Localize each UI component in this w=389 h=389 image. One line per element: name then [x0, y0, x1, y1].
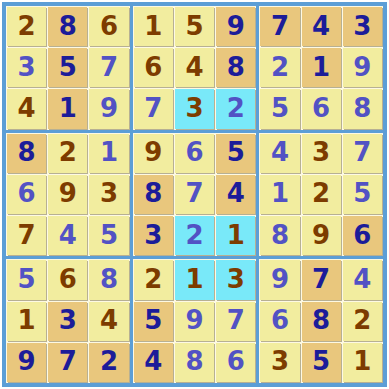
cell-r5c5[interactable]: 7: [175, 175, 214, 214]
cell-r1c9[interactable]: 3: [343, 7, 382, 46]
cell-r5c8[interactable]: 2: [302, 175, 341, 214]
cell-r9c4[interactable]: 4: [134, 343, 173, 382]
cell-r2c2[interactable]: 5: [48, 48, 87, 87]
cell-r8c3[interactable]: 4: [89, 302, 128, 341]
cell-r2c9[interactable]: 9: [343, 48, 382, 87]
cell-digit: 5: [227, 139, 245, 165]
cell-digit: 9: [271, 266, 289, 292]
cell-digit: 5: [59, 54, 77, 80]
cell-r5c3[interactable]: 3: [89, 175, 128, 214]
cell-digit: 2: [312, 180, 330, 206]
cell-r6c7[interactable]: 8: [260, 216, 299, 255]
cell-digit: 7: [312, 266, 330, 292]
cell-digit: 2: [59, 139, 77, 165]
cell-digit: 3: [144, 222, 162, 248]
cell-r7c1[interactable]: 5: [7, 260, 46, 299]
cell-digit: 8: [144, 180, 162, 206]
cell-r1c1[interactable]: 2: [7, 7, 46, 46]
box-8: 213597486: [133, 259, 257, 383]
cell-r1c6[interactable]: 9: [216, 7, 255, 46]
cell-r2c6[interactable]: 8: [216, 48, 255, 87]
cell-digit: 8: [59, 13, 77, 39]
cell-r3c8[interactable]: 6: [302, 89, 341, 128]
cell-r7c8[interactable]: 7: [302, 260, 341, 299]
cell-r9c6[interactable]: 6: [216, 343, 255, 382]
cell-digit: 8: [353, 95, 371, 121]
cell-digit: 4: [18, 95, 36, 121]
cell-digit: 5: [271, 95, 289, 121]
cell-digit: 7: [100, 54, 118, 80]
cell-digit: 5: [144, 307, 162, 333]
cell-digit: 8: [312, 307, 330, 333]
cell-r5c9[interactable]: 5: [343, 175, 382, 214]
cell-r8c2[interactable]: 3: [48, 302, 87, 341]
cell-digit: 6: [59, 266, 77, 292]
box-6: 437125896: [259, 133, 383, 257]
cell-digit: 2: [185, 222, 203, 248]
cell-r1c5[interactable]: 5: [175, 7, 214, 46]
cell-r2c4[interactable]: 6: [134, 48, 173, 87]
cell-r8c8[interactable]: 8: [302, 302, 341, 341]
cell-r7c7[interactable]: 9: [260, 260, 299, 299]
cell-digit: 7: [353, 139, 371, 165]
box-4: 821693745: [6, 133, 130, 257]
cell-digit: 2: [271, 54, 289, 80]
cell-digit: 5: [18, 266, 36, 292]
cell-digit: 6: [227, 348, 245, 374]
box-5: 965874321: [133, 133, 257, 257]
cell-digit: 9: [59, 180, 77, 206]
cell-digit: 3: [227, 266, 245, 292]
cell-digit: 1: [271, 180, 289, 206]
cell-r3c6[interactable]: 2: [216, 89, 255, 128]
cell-digit: 4: [185, 54, 203, 80]
cell-digit: 6: [18, 180, 36, 206]
cell-r8c1[interactable]: 1: [7, 302, 46, 341]
cell-r3c2[interactable]: 1: [48, 89, 87, 128]
cell-r4c7[interactable]: 4: [260, 134, 299, 173]
cell-r2c5[interactable]: 4: [175, 48, 214, 87]
cell-digit: 7: [227, 307, 245, 333]
cell-r7c4[interactable]: 2: [134, 260, 173, 299]
cell-digit: 6: [353, 222, 371, 248]
cell-digit: 2: [100, 348, 118, 374]
cell-digit: 8: [271, 222, 289, 248]
cell-r4c4[interactable]: 9: [134, 134, 173, 173]
cell-r2c8[interactable]: 1: [302, 48, 341, 87]
cell-digit: 1: [227, 222, 245, 248]
cell-r2c1[interactable]: 3: [7, 48, 46, 87]
cell-digit: 6: [185, 139, 203, 165]
cell-digit: 2: [144, 266, 162, 292]
cell-digit: 8: [100, 266, 118, 292]
cell-r9c5[interactable]: 8: [175, 343, 214, 382]
cell-digit: 1: [185, 266, 203, 292]
cell-r6c6[interactable]: 1: [216, 216, 255, 255]
cell-r6c3[interactable]: 5: [89, 216, 128, 255]
cell-digit: 5: [312, 348, 330, 374]
box-1: 286357419: [6, 6, 130, 130]
cell-digit: 4: [227, 180, 245, 206]
cell-digit: 3: [59, 307, 77, 333]
cell-r8c7[interactable]: 6: [260, 302, 299, 341]
cell-digit: 9: [18, 348, 36, 374]
cell-digit: 7: [271, 13, 289, 39]
cell-r3c9[interactable]: 8: [343, 89, 382, 128]
cell-r7c9[interactable]: 4: [343, 260, 382, 299]
cell-r8c5[interactable]: 9: [175, 302, 214, 341]
cell-digit: 2: [353, 307, 371, 333]
cell-r4c6[interactable]: 5: [216, 134, 255, 173]
cell-digit: 9: [353, 54, 371, 80]
cell-r1c7[interactable]: 7: [260, 7, 299, 46]
cell-digit: 9: [227, 13, 245, 39]
cell-r2c7[interactable]: 2: [260, 48, 299, 87]
cell-r4c5[interactable]: 6: [175, 134, 214, 173]
cell-r1c3[interactable]: 6: [89, 7, 128, 46]
cell-digit: 1: [353, 348, 371, 374]
cell-r8c4[interactable]: 5: [134, 302, 173, 341]
cell-r4c2[interactable]: 2: [48, 134, 87, 173]
cell-digit: 2: [18, 13, 36, 39]
cell-r7c5[interactable]: 1: [175, 260, 214, 299]
cell-r6c1[interactable]: 7: [7, 216, 46, 255]
cell-digit: 1: [100, 139, 118, 165]
cell-digit: 8: [185, 348, 203, 374]
cell-r6c5[interactable]: 2: [175, 216, 214, 255]
cell-r3c4[interactable]: 7: [134, 89, 173, 128]
cell-r1c4[interactable]: 1: [134, 7, 173, 46]
cell-digit: 6: [312, 95, 330, 121]
cell-r6c9[interactable]: 6: [343, 216, 382, 255]
cell-digit: 9: [185, 307, 203, 333]
cell-digit: 9: [312, 222, 330, 248]
cell-digit: 1: [144, 13, 162, 39]
cell-digit: 3: [312, 139, 330, 165]
cell-r6c8[interactable]: 9: [302, 216, 341, 255]
cell-r2c3[interactable]: 7: [89, 48, 128, 87]
cell-digit: 6: [100, 13, 118, 39]
cell-digit: 6: [144, 54, 162, 80]
cell-r7c3[interactable]: 8: [89, 260, 128, 299]
cell-r8c6[interactable]: 7: [216, 302, 255, 341]
cell-r5c6[interactable]: 4: [216, 175, 255, 214]
cell-r9c2[interactable]: 7: [48, 343, 87, 382]
box-9: 974682351: [259, 259, 383, 383]
cell-r7c6[interactable]: 3: [216, 260, 255, 299]
cell-r4c1[interactable]: 8: [7, 134, 46, 173]
cell-digit: 4: [271, 139, 289, 165]
cell-digit: 7: [144, 95, 162, 121]
cell-digit: 9: [100, 95, 118, 121]
box-2: 159648732: [133, 6, 257, 130]
cell-digit: 2: [227, 95, 245, 121]
cell-r4c8[interactable]: 3: [302, 134, 341, 173]
cell-digit: 5: [353, 180, 371, 206]
cell-digit: 4: [144, 348, 162, 374]
cell-digit: 1: [59, 95, 77, 121]
cell-r3c5[interactable]: 3: [175, 89, 214, 128]
cell-digit: 3: [100, 180, 118, 206]
cell-r9c7[interactable]: 3: [260, 343, 299, 382]
cell-r8c9[interactable]: 2: [343, 302, 382, 341]
cell-digit: 7: [18, 222, 36, 248]
cell-r5c1[interactable]: 6: [7, 175, 46, 214]
cell-r1c2[interactable]: 8: [48, 7, 87, 46]
cell-digit: 8: [18, 139, 36, 165]
cell-digit: 1: [312, 54, 330, 80]
cell-r5c4[interactable]: 8: [134, 175, 173, 214]
cell-digit: 4: [353, 266, 371, 292]
cell-digit: 5: [100, 222, 118, 248]
cell-r3c3[interactable]: 9: [89, 89, 128, 128]
cell-digit: 1: [18, 307, 36, 333]
cell-digit: 3: [271, 348, 289, 374]
cell-digit: 4: [100, 307, 118, 333]
cell-r5c7[interactable]: 1: [260, 175, 299, 214]
cell-r4c3[interactable]: 1: [89, 134, 128, 173]
cell-r6c4[interactable]: 3: [134, 216, 173, 255]
cell-digit: 3: [18, 54, 36, 80]
cell-r5c2[interactable]: 9: [48, 175, 87, 214]
cell-r9c9[interactable]: 1: [343, 343, 382, 382]
cell-digit: 7: [185, 180, 203, 206]
cell-r4c9[interactable]: 7: [343, 134, 382, 173]
cell-r9c3[interactable]: 2: [89, 343, 128, 382]
cell-digit: 4: [312, 13, 330, 39]
cell-digit: 5: [185, 13, 203, 39]
cell-digit: 3: [185, 95, 203, 121]
cell-r9c8[interactable]: 5: [302, 343, 341, 382]
box-3: 743219568: [259, 6, 383, 130]
cell-r3c7[interactable]: 5: [260, 89, 299, 128]
cell-r9c1[interactable]: 9: [7, 343, 46, 382]
cell-digit: 8: [227, 54, 245, 80]
cell-r7c2[interactable]: 6: [48, 260, 87, 299]
cell-digit: 3: [353, 13, 371, 39]
box-7: 568134972: [6, 259, 130, 383]
cell-digit: 9: [144, 139, 162, 165]
cell-r3c1[interactable]: 4: [7, 89, 46, 128]
cell-digit: 7: [59, 348, 77, 374]
cell-r6c2[interactable]: 4: [48, 216, 87, 255]
cell-r1c8[interactable]: 4: [302, 7, 341, 46]
sudoku-board: 2863574191596487327432195688216937459658…: [2, 2, 387, 387]
cell-digit: 4: [59, 222, 77, 248]
cell-digit: 6: [271, 307, 289, 333]
